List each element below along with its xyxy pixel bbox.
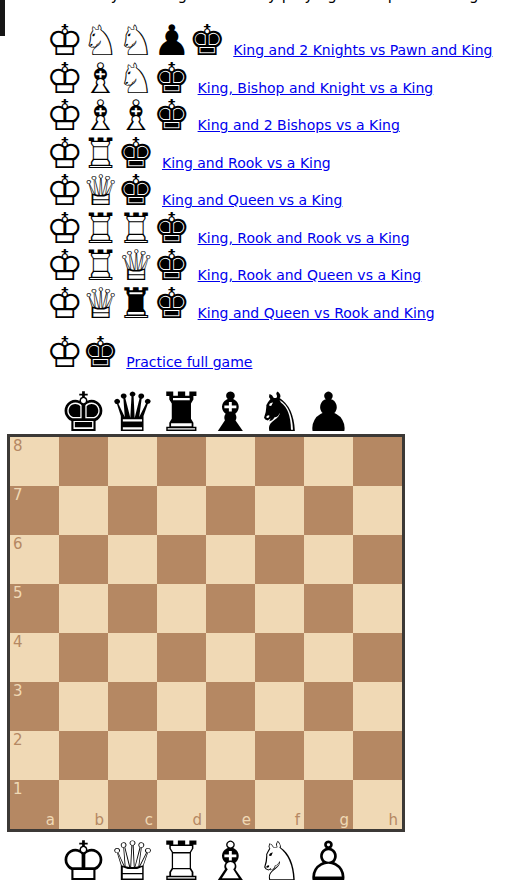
square-b2[interactable] <box>59 731 108 780</box>
square-b8[interactable] <box>59 437 108 486</box>
practice-link[interactable]: King, Rook and Rook vs a King <box>198 230 410 246</box>
square-c2[interactable] <box>108 731 157 780</box>
square-g5[interactable] <box>304 584 353 633</box>
square-a6[interactable]: 6 <box>10 535 59 584</box>
file-label: c <box>145 812 153 828</box>
white-piece-selector: ♔♕♖♗♘♙ <box>59 837 353 884</box>
practice-link[interactable]: King and Queen vs a King <box>162 192 342 208</box>
square-a8[interactable]: 8 <box>10 437 59 486</box>
piece-icons: ♔♕♜♚ <box>46 279 189 328</box>
square-c3[interactable] <box>108 682 157 731</box>
rank-label: 6 <box>13 536 23 552</box>
square-a1[interactable]: 1a <box>10 780 59 829</box>
square-f3[interactable] <box>255 682 304 731</box>
square-h7[interactable] <box>353 486 402 535</box>
square-a7[interactable]: 7 <box>10 486 59 535</box>
square-h3[interactable] <box>353 682 402 731</box>
white-bishop-selector[interactable]: ♗ <box>206 837 255 884</box>
square-g6[interactable] <box>304 535 353 584</box>
square-e2[interactable] <box>206 731 255 780</box>
square-e8[interactable] <box>206 437 255 486</box>
square-f4[interactable] <box>255 633 304 682</box>
file-label: e <box>242 812 251 828</box>
square-d5[interactable] <box>157 584 206 633</box>
square-g2[interactable] <box>304 731 353 780</box>
black-knight-selector[interactable]: ♞ <box>255 388 304 437</box>
square-f1[interactable]: f <box>255 780 304 829</box>
square-a5[interactable]: 5 <box>10 584 59 633</box>
square-h6[interactable] <box>353 535 402 584</box>
rank-label: 5 <box>13 585 23 601</box>
square-c1[interactable]: c <box>108 780 157 829</box>
square-g3[interactable] <box>304 682 353 731</box>
file-label: h <box>388 812 398 828</box>
practice-link[interactable]: King and 2 Bishops vs a King <box>198 117 400 133</box>
file-label: f <box>295 812 300 828</box>
left-edge-bar <box>0 0 5 36</box>
clipped-heading-text: Practice your endgame skill by playing t… <box>46 0 511 4</box>
square-h8[interactable] <box>353 437 402 486</box>
square-b7[interactable] <box>59 486 108 535</box>
square-c7[interactable] <box>108 486 157 535</box>
black-king-selector[interactable]: ♚ <box>59 388 108 437</box>
file-label: b <box>94 812 104 828</box>
white-pawn-selector[interactable]: ♙ <box>304 837 353 884</box>
square-f7[interactable] <box>255 486 304 535</box>
practice-link-row: ♔♚Practice full game <box>46 334 492 372</box>
piece-icons: ♔♚ <box>46 328 117 377</box>
file-label: g <box>339 812 349 828</box>
practice-link[interactable]: King and Queen vs Rook and King <box>198 305 435 321</box>
square-b3[interactable] <box>59 682 108 731</box>
square-a3[interactable]: 3 <box>10 682 59 731</box>
square-b6[interactable] <box>59 535 108 584</box>
square-d4[interactable] <box>157 633 206 682</box>
square-b1[interactable]: b <box>59 780 108 829</box>
square-h1[interactable]: h <box>353 780 402 829</box>
square-g8[interactable] <box>304 437 353 486</box>
square-b4[interactable] <box>59 633 108 682</box>
square-b5[interactable] <box>59 584 108 633</box>
square-e7[interactable] <box>206 486 255 535</box>
file-label: d <box>192 812 202 828</box>
practice-links-list: ♔♘♘♟♚King and 2 Knights vs Pawn and King… <box>46 22 492 372</box>
square-a4[interactable]: 4 <box>10 633 59 682</box>
square-f8[interactable] <box>255 437 304 486</box>
square-a2[interactable]: 2 <box>10 731 59 780</box>
square-f5[interactable] <box>255 584 304 633</box>
black-queen-selector[interactable]: ♛ <box>108 388 157 437</box>
practice-link[interactable]: King, Bishop and Knight vs a King <box>198 80 434 96</box>
rank-label: 8 <box>13 438 23 454</box>
square-h5[interactable] <box>353 584 402 633</box>
square-d2[interactable] <box>157 731 206 780</box>
square-d6[interactable] <box>157 535 206 584</box>
chess-board: 87654321abcdefgh <box>7 434 405 832</box>
rank-label: 1 <box>13 781 23 797</box>
white-knight-selector[interactable]: ♘ <box>255 837 304 884</box>
square-e6[interactable] <box>206 535 255 584</box>
square-g1[interactable]: g <box>304 780 353 829</box>
square-g7[interactable] <box>304 486 353 535</box>
white-king-selector[interactable]: ♔ <box>59 837 108 884</box>
white-rook-selector[interactable]: ♖ <box>157 837 206 884</box>
square-h4[interactable] <box>353 633 402 682</box>
practice-link[interactable]: King, Rook and Queen vs a King <box>198 267 422 283</box>
rank-label: 7 <box>13 487 23 503</box>
square-f2[interactable] <box>255 731 304 780</box>
square-f6[interactable] <box>255 535 304 584</box>
square-c8[interactable] <box>108 437 157 486</box>
square-c4[interactable] <box>108 633 157 682</box>
rank-label: 2 <box>13 732 23 748</box>
white-queen-selector[interactable]: ♕ <box>108 837 157 884</box>
practice-link-row: ♔♕♜♚King and Queen vs Rook and King <box>46 285 492 323</box>
square-e4[interactable] <box>206 633 255 682</box>
black-pawn-selector[interactable]: ♟ <box>304 388 353 437</box>
practice-full-game-link[interactable]: Practice full game <box>126 354 252 370</box>
practice-link[interactable]: King and Rook vs a King <box>162 155 331 171</box>
square-g4[interactable] <box>304 633 353 682</box>
black-rook-selector[interactable]: ♜ <box>157 388 206 437</box>
black-bishop-selector[interactable]: ♝ <box>206 388 255 437</box>
square-e5[interactable] <box>206 584 255 633</box>
file-label: a <box>46 812 55 828</box>
rank-label: 3 <box>13 683 23 699</box>
square-d8[interactable] <box>157 437 206 486</box>
square-e1[interactable]: e <box>206 780 255 829</box>
square-c5[interactable] <box>108 584 157 633</box>
square-d1[interactable]: d <box>157 780 206 829</box>
square-c6[interactable] <box>108 535 157 584</box>
practice-link[interactable]: King and 2 Knights vs Pawn and King <box>233 42 492 58</box>
black-piece-selector: ♚♛♜♝♞♟ <box>59 388 353 437</box>
square-e3[interactable] <box>206 682 255 731</box>
square-d7[interactable] <box>157 486 206 535</box>
square-d3[interactable] <box>157 682 206 731</box>
square-h2[interactable] <box>353 731 402 780</box>
rank-label: 4 <box>13 634 23 650</box>
